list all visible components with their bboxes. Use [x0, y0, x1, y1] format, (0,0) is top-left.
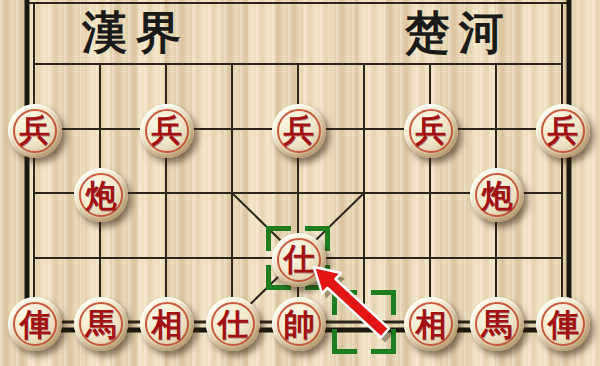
piece-red-soldier[interactable]: 兵: [8, 104, 62, 158]
piece-glyph: 兵: [284, 115, 315, 146]
river-label-chu-river: 楚河: [405, 7, 513, 59]
piece-red-horse[interactable]: 馬: [470, 297, 524, 351]
piece-glyph: 仕: [218, 309, 249, 340]
piece-red-cannon[interactable]: 炮: [470, 168, 524, 222]
piece-glyph: 俥: [20, 309, 51, 340]
piece-glyph: 兵: [548, 115, 579, 146]
piece-glyph: 相: [416, 309, 447, 340]
piece-red-elephant[interactable]: 相: [140, 297, 194, 351]
piece-glyph: 兵: [152, 115, 183, 146]
piece-red-advisor[interactable]: 仕: [272, 233, 326, 287]
piece-red-soldier[interactable]: 兵: [404, 104, 458, 158]
river-label-han-boundary: 漢界: [82, 7, 190, 59]
piece-glyph: 兵: [20, 115, 51, 146]
piece-red-elephant[interactable]: 相: [404, 297, 458, 351]
piece-glyph: 兵: [416, 115, 447, 146]
piece-glyph: 炮: [86, 180, 117, 211]
piece-glyph: 帥: [284, 309, 315, 340]
piece-red-cannon[interactable]: 炮: [74, 168, 128, 222]
piece-glyph: 仕: [284, 244, 315, 275]
piece-red-advisor[interactable]: 仕: [206, 297, 260, 351]
piece-red-soldier[interactable]: 兵: [536, 104, 590, 158]
piece-red-chariot[interactable]: 俥: [8, 297, 62, 351]
piece-red-soldier[interactable]: 兵: [140, 104, 194, 158]
piece-glyph: 馬: [86, 309, 117, 340]
piece-red-chariot[interactable]: 俥: [536, 297, 590, 351]
piece-glyph: 俥: [548, 309, 579, 340]
piece-glyph: 炮: [482, 180, 513, 211]
piece-red-soldier[interactable]: 兵: [272, 104, 326, 158]
piece-red-general[interactable]: 帥: [272, 297, 326, 351]
piece-glyph: 相: [152, 309, 183, 340]
piece-glyph: 馬: [482, 309, 513, 340]
piece-red-horse[interactable]: 馬: [74, 297, 128, 351]
xiangqi-board[interactable]: 漢界 楚河 兵兵兵兵兵炮炮仕俥馬相仕帥相馬俥: [0, 0, 600, 366]
